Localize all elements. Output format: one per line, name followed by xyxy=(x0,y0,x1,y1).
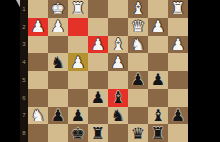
white-rook-piece: ♜ xyxy=(171,0,185,17)
black-pawn-piece: ♟ xyxy=(131,71,145,88)
square-a6[interactable] xyxy=(168,89,188,107)
square-b1[interactable] xyxy=(148,0,168,18)
rank-label: 6 xyxy=(20,89,28,107)
square-c6[interactable] xyxy=(128,89,148,107)
square-d1[interactable] xyxy=(108,0,128,18)
square-c2[interactable]: ♛ xyxy=(128,18,148,36)
rank-label-strip: 12345678 xyxy=(20,0,28,142)
square-a7[interactable]: ♟ xyxy=(168,107,188,125)
black-pawn-piece: ♟ xyxy=(51,107,65,124)
square-g1[interactable]: ♚ xyxy=(48,0,68,18)
square-b2[interactable]: ♟ xyxy=(148,18,168,36)
white-pawn-piece: ♟ xyxy=(51,18,65,35)
square-e6[interactable]: ♟ xyxy=(88,89,108,107)
rank-label: 5 xyxy=(20,71,28,89)
square-c3[interactable]: ♞ xyxy=(128,36,148,54)
rank-label: 2 xyxy=(20,18,28,36)
square-f3[interactable] xyxy=(68,36,88,54)
square-a3[interactable]: ♟ xyxy=(168,36,188,54)
square-c1[interactable]: ♝ xyxy=(128,0,148,18)
black-pawn-piece: ♟ xyxy=(71,107,85,124)
white-queen-piece: ♛ xyxy=(131,18,145,35)
square-g3[interactable] xyxy=(48,36,68,54)
square-f1[interactable]: ♜ xyxy=(68,0,88,18)
rank-label: 7 xyxy=(20,107,28,125)
white-pawn-piece: ♟ xyxy=(171,36,185,53)
square-f4[interactable]: ♟ xyxy=(68,53,88,71)
square-f5[interactable] xyxy=(68,71,88,89)
square-d6[interactable]: ♝ xyxy=(108,89,128,107)
white-king-piece: ♚ xyxy=(51,0,65,17)
black-queen-piece: ♛ xyxy=(131,124,145,141)
square-d2[interactable] xyxy=(108,18,128,36)
square-f2[interactable] xyxy=(68,18,88,36)
square-d5[interactable] xyxy=(108,71,128,89)
white-rook-piece: ♜ xyxy=(71,0,85,17)
square-g8[interactable] xyxy=(48,124,68,142)
chess-board: ♚♜♝♜♟♟♛♟♟♝♞♟♞♟♟♟♟♟♝♞♟♟♞♝♟♚♜♛♜ xyxy=(28,0,188,142)
black-rook-piece: ♜ xyxy=(91,124,105,141)
black-pawn-piece: ♟ xyxy=(91,89,105,106)
square-h2[interactable]: ♟ xyxy=(28,18,48,36)
square-b5[interactable]: ♟ xyxy=(148,71,168,89)
square-h3[interactable] xyxy=(28,36,48,54)
white-knight-piece: ♞ xyxy=(31,107,45,124)
black-pawn-piece: ♟ xyxy=(151,71,165,88)
square-h4[interactable] xyxy=(28,53,48,71)
square-g4[interactable]: ♞ xyxy=(48,53,68,71)
square-c8[interactable]: ♛ xyxy=(128,124,148,142)
black-rook-piece: ♜ xyxy=(151,124,165,141)
square-c7[interactable] xyxy=(128,107,148,125)
square-a2[interactable] xyxy=(168,18,188,36)
rank-label: 8 xyxy=(20,124,28,142)
white-bishop-piece: ♝ xyxy=(111,36,125,53)
square-b4[interactable] xyxy=(148,53,168,71)
square-e8[interactable]: ♜ xyxy=(88,124,108,142)
square-c5[interactable]: ♟ xyxy=(128,71,148,89)
square-b8[interactable]: ♜ xyxy=(148,124,168,142)
black-knight-piece: ♞ xyxy=(111,107,125,124)
black-knight-piece: ♞ xyxy=(51,53,65,70)
square-e5[interactable] xyxy=(88,71,108,89)
square-g2[interactable]: ♟ xyxy=(48,18,68,36)
square-h8[interactable] xyxy=(28,124,48,142)
white-bishop-piece: ♝ xyxy=(131,0,145,17)
square-a5[interactable] xyxy=(168,71,188,89)
square-h5[interactable] xyxy=(28,71,48,89)
square-g7[interactable]: ♟ xyxy=(48,107,68,125)
square-h7[interactable]: ♞ xyxy=(28,107,48,125)
left-pillarbox-bar xyxy=(0,0,20,142)
black-bishop-piece: ♝ xyxy=(111,89,125,106)
chess-video-frame: 12345678 ♚♜♝♜♟♟♛♟♟♝♞♟♞♟♟♟♟♟♝♞♟♟♞♝♟♚♜♛♜ xyxy=(0,0,220,142)
square-f7[interactable]: ♟ xyxy=(68,107,88,125)
white-pawn-piece: ♟ xyxy=(151,18,165,35)
square-g5[interactable] xyxy=(48,71,68,89)
square-e3[interactable]: ♟ xyxy=(88,36,108,54)
rank-label: 1 xyxy=(20,0,28,18)
square-e7[interactable] xyxy=(88,107,108,125)
square-a8[interactable] xyxy=(168,124,188,142)
right-pillarbox-bar xyxy=(188,0,220,142)
black-pawn-piece: ♟ xyxy=(171,107,185,124)
square-d3[interactable]: ♝ xyxy=(108,36,128,54)
square-e4[interactable] xyxy=(88,53,108,71)
square-h6[interactable] xyxy=(28,89,48,107)
rank-label: 3 xyxy=(20,36,28,54)
white-pawn-piece: ♟ xyxy=(31,18,45,35)
white-pawn-piece: ♟ xyxy=(111,53,125,70)
white-knight-piece: ♞ xyxy=(131,36,145,53)
black-king-piece: ♚ xyxy=(71,124,85,141)
square-b3[interactable] xyxy=(148,36,168,54)
square-c4[interactable] xyxy=(128,53,148,71)
square-f8[interactable]: ♚ xyxy=(68,124,88,142)
square-e1[interactable] xyxy=(88,0,108,18)
square-d4[interactable]: ♟ xyxy=(108,53,128,71)
square-d8[interactable] xyxy=(108,124,128,142)
square-e2[interactable] xyxy=(88,18,108,36)
white-pawn-piece: ♟ xyxy=(71,53,85,70)
square-h1[interactable] xyxy=(28,0,48,18)
square-d7[interactable]: ♞ xyxy=(108,107,128,125)
rank-label: 4 xyxy=(20,53,28,71)
square-b6[interactable] xyxy=(148,89,168,107)
black-bishop-piece: ♝ xyxy=(151,107,165,124)
square-a1[interactable]: ♜ xyxy=(168,0,188,18)
square-a4[interactable] xyxy=(168,53,188,71)
square-f6[interactable] xyxy=(68,89,88,107)
square-b7[interactable]: ♝ xyxy=(148,107,168,125)
square-g6[interactable] xyxy=(48,89,68,107)
white-pawn-piece: ♟ xyxy=(91,36,105,53)
